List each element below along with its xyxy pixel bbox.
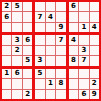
sudoku-cell-given[interactable]: 3 [79,46,88,55]
sudoku-block: 256 [2,2,32,32]
sudoku-cell-given[interactable]: 8 [56,79,65,88]
sudoku-cell-empty[interactable] [2,56,11,65]
sudoku-cell-empty[interactable] [56,2,65,11]
sudoku-cell-empty[interactable] [56,90,65,99]
sudoku-cell-empty[interactable] [23,2,32,11]
sudoku-cell-empty[interactable] [46,56,55,65]
sudoku-cell-empty[interactable] [12,56,21,65]
sudoku-cell-given[interactable]: 9 [56,23,65,32]
sudoku-cell-empty[interactable] [2,23,11,32]
sudoku-cell-given[interactable]: 4 [90,23,99,32]
sudoku-cell-empty[interactable] [35,2,44,11]
sudoku-cell-given[interactable]: 3 [35,56,44,65]
sudoku-cell-empty[interactable] [46,46,55,55]
sudoku-cell-empty[interactable] [46,23,55,32]
sudoku-cell-empty[interactable] [2,90,11,99]
sudoku-block: 518 [35,69,65,99]
sudoku-cell-given[interactable]: 2 [2,2,11,11]
sudoku-cell-given[interactable]: 9 [90,90,99,99]
sudoku-cell-empty[interactable] [56,56,65,65]
sudoku-cell-empty[interactable] [90,2,99,11]
sudoku-cell-given[interactable]: 5 [12,2,21,11]
sudoku-cell-given[interactable]: 3 [12,35,21,44]
sudoku-cell-given[interactable]: 1 [2,69,11,78]
sudoku-cell-given[interactable]: 6 [12,69,21,78]
sudoku-cell-empty[interactable] [35,35,44,44]
sudoku-cell-empty[interactable] [79,69,88,78]
sudoku-block: 162 [2,69,32,99]
sudoku-cell-given[interactable]: 6 [23,35,32,44]
sudoku-cell-empty[interactable] [69,12,78,21]
sudoku-cell-empty[interactable] [46,2,55,11]
sudoku-cell-empty[interactable] [69,46,78,55]
sudoku-cell-empty[interactable] [69,90,78,99]
sudoku-block: 3625 [2,35,32,65]
sudoku-cell-empty[interactable] [90,35,99,44]
sudoku-cell-empty[interactable] [2,35,11,44]
sudoku-cell-given[interactable]: 5 [23,56,32,65]
sudoku-cell-empty[interactable] [12,23,21,32]
sudoku-cell-empty[interactable] [69,79,78,88]
sudoku-block: 614 [69,2,99,32]
sudoku-cell-empty[interactable] [35,79,44,88]
sudoku-cell-given[interactable]: 4 [69,35,78,44]
sudoku-cell-given[interactable]: 7 [56,35,65,44]
sudoku-cell-given[interactable]: 1 [79,23,88,32]
sudoku-cell-empty[interactable] [90,69,99,78]
sudoku-cell-empty[interactable] [69,69,78,78]
sudoku-cell-empty[interactable] [79,12,88,21]
sudoku-cell-given[interactable]: 4 [46,12,55,21]
sudoku-cell-empty[interactable] [90,56,99,65]
sudoku-cell-empty[interactable] [12,90,21,99]
sudoku-cell-empty[interactable] [23,23,32,32]
sudoku-block: 73 [35,35,65,65]
sudoku-cell-given[interactable]: 8 [69,56,78,65]
sudoku-cell-empty[interactable] [12,79,21,88]
sudoku-cell-empty[interactable] [35,90,44,99]
sudoku-cell-given[interactable]: 6 [2,12,11,21]
sudoku-cell-given[interactable]: 5 [35,69,44,78]
sudoku-cell-empty[interactable] [46,90,55,99]
sudoku-cell-empty[interactable] [69,23,78,32]
sudoku-cell-empty[interactable] [35,46,44,55]
sudoku-cell-empty[interactable] [90,12,99,21]
sudoku-cell-empty[interactable] [23,69,32,78]
sudoku-cell-empty[interactable] [90,46,99,55]
sudoku-cell-empty[interactable] [23,46,32,55]
sudoku-cell-empty[interactable] [46,35,55,44]
sudoku-cell-empty[interactable] [23,79,32,88]
sudoku-cell-given[interactable]: 1 [46,79,55,88]
sudoku-cell-given[interactable]: 2 [12,46,21,55]
sudoku-cell-empty[interactable] [56,69,65,78]
sudoku-cell-given[interactable]: 6 [79,90,88,99]
sudoku-board: 2567496143625734387162518269 [0,0,101,101]
sudoku-cell-given[interactable]: 2 [90,79,99,88]
sudoku-block: 749 [35,2,65,32]
sudoku-cell-empty[interactable] [79,79,88,88]
sudoku-cell-given[interactable]: 7 [79,56,88,65]
sudoku-cell-empty[interactable] [35,23,44,32]
sudoku-cell-empty[interactable] [2,46,11,55]
sudoku-block: 4387 [69,35,99,65]
sudoku-cell-empty[interactable] [56,12,65,21]
sudoku-cell-empty[interactable] [2,79,11,88]
sudoku-cell-given[interactable]: 2 [23,90,32,99]
sudoku-cell-empty[interactable] [79,35,88,44]
sudoku-cell-empty[interactable] [12,12,21,21]
sudoku-cell-empty[interactable] [23,12,32,21]
sudoku-cell-given[interactable]: 6 [69,2,78,11]
sudoku-cell-empty[interactable] [56,46,65,55]
sudoku-cell-empty[interactable] [79,2,88,11]
sudoku-block: 269 [69,69,99,99]
sudoku-cell-given[interactable]: 7 [35,12,44,21]
sudoku-cell-empty[interactable] [46,69,55,78]
